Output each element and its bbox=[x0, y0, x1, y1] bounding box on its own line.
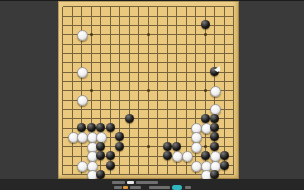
board-intersection bbox=[115, 21, 125, 30]
board-intersection bbox=[77, 114, 87, 123]
board-intersection bbox=[58, 39, 68, 48]
board-intersection bbox=[229, 161, 239, 170]
black-stone bbox=[163, 142, 172, 151]
board-intersection bbox=[115, 170, 125, 179]
board-intersection bbox=[182, 86, 192, 95]
board-intersection bbox=[182, 142, 192, 151]
board-intersection bbox=[96, 67, 106, 76]
board-intersection bbox=[134, 39, 144, 48]
board-intersection bbox=[134, 114, 144, 123]
board-intersection bbox=[229, 95, 239, 104]
board-intersection bbox=[191, 86, 201, 95]
board-intersection bbox=[106, 170, 116, 179]
black-stone bbox=[125, 114, 134, 123]
board-intersection bbox=[115, 49, 125, 58]
board-intersection bbox=[210, 133, 220, 142]
board-intersection bbox=[87, 77, 97, 86]
board-intersection bbox=[144, 2, 154, 11]
board-intersection bbox=[153, 21, 163, 30]
board-intersection bbox=[68, 21, 78, 30]
board-intersection bbox=[172, 161, 182, 170]
board-intersection bbox=[134, 30, 144, 39]
board-intersection bbox=[172, 86, 182, 95]
board-intersection bbox=[220, 39, 230, 48]
board-intersection bbox=[68, 133, 78, 142]
board-intersection bbox=[144, 77, 154, 86]
board-intersection bbox=[182, 105, 192, 114]
board-intersection bbox=[115, 114, 125, 123]
board-intersection bbox=[106, 49, 116, 58]
board-intersection bbox=[172, 170, 182, 179]
board-intersection bbox=[191, 2, 201, 11]
board-intersection bbox=[58, 21, 68, 30]
board-intersection bbox=[87, 123, 97, 132]
go-board-grid bbox=[58, 2, 239, 179]
board-intersection bbox=[106, 11, 116, 20]
star-point bbox=[147, 33, 150, 36]
star-point bbox=[90, 33, 93, 36]
board-intersection bbox=[191, 21, 201, 30]
board-intersection bbox=[172, 21, 182, 30]
board-intersection bbox=[191, 105, 201, 114]
board-intersection bbox=[96, 30, 106, 39]
board-intersection bbox=[229, 170, 239, 179]
board-intersection bbox=[191, 11, 201, 20]
board-intersection bbox=[144, 170, 154, 179]
board-intersection bbox=[125, 86, 135, 95]
board-intersection bbox=[153, 67, 163, 76]
board-intersection bbox=[87, 114, 97, 123]
board-intersection bbox=[68, 58, 78, 67]
board-intersection bbox=[68, 2, 78, 11]
board-intersection bbox=[125, 152, 135, 161]
black-stone bbox=[172, 142, 181, 151]
white-stone bbox=[191, 142, 202, 153]
status-text-fragment bbox=[149, 186, 170, 189]
board-intersection bbox=[106, 30, 116, 39]
board-intersection bbox=[58, 161, 68, 170]
board-intersection bbox=[191, 77, 201, 86]
board-intersection bbox=[210, 105, 220, 114]
board-intersection bbox=[191, 123, 201, 132]
board-intersection bbox=[163, 142, 173, 151]
board-intersection bbox=[229, 11, 239, 20]
board-intersection bbox=[191, 161, 201, 170]
board-intersection bbox=[68, 142, 78, 151]
board-intersection bbox=[163, 39, 173, 48]
board-intersection bbox=[115, 67, 125, 76]
board-intersection bbox=[153, 2, 163, 11]
board-intersection bbox=[134, 152, 144, 161]
board-intersection bbox=[191, 30, 201, 39]
board-intersection bbox=[77, 161, 87, 170]
board-intersection bbox=[191, 67, 201, 76]
board-intersection bbox=[191, 49, 201, 58]
board-intersection bbox=[87, 152, 97, 161]
board-intersection bbox=[87, 39, 97, 48]
board-intersection bbox=[68, 161, 78, 170]
board-intersection bbox=[106, 114, 116, 123]
black-stone bbox=[106, 151, 115, 160]
board-intersection bbox=[77, 142, 87, 151]
board-intersection bbox=[115, 77, 125, 86]
board-intersection bbox=[210, 58, 220, 67]
board-intersection bbox=[220, 49, 230, 58]
board-intersection bbox=[163, 30, 173, 39]
board-intersection bbox=[115, 152, 125, 161]
black-stone bbox=[77, 123, 86, 132]
board-intersection bbox=[87, 133, 97, 142]
board-intersection bbox=[68, 170, 78, 179]
board-intersection bbox=[58, 123, 68, 132]
board-intersection bbox=[229, 142, 239, 151]
black-stone bbox=[210, 132, 219, 141]
board-intersection bbox=[201, 161, 211, 170]
board-intersection bbox=[77, 39, 87, 48]
board-intersection bbox=[153, 39, 163, 48]
board-intersection bbox=[163, 161, 173, 170]
board-intersection bbox=[153, 170, 163, 179]
black-stone bbox=[210, 142, 219, 151]
board-intersection bbox=[106, 105, 116, 114]
board-intersection bbox=[125, 11, 135, 20]
board-intersection bbox=[182, 133, 192, 142]
board-intersection bbox=[125, 170, 135, 179]
board-intersection bbox=[163, 58, 173, 67]
black-stone bbox=[115, 132, 124, 141]
board-intersection bbox=[134, 21, 144, 30]
board-intersection bbox=[96, 21, 106, 30]
white-stone bbox=[77, 30, 88, 41]
board-intersection bbox=[201, 67, 211, 76]
board-intersection bbox=[172, 77, 182, 86]
board-intersection bbox=[191, 133, 201, 142]
board-intersection bbox=[77, 123, 87, 132]
status-text-fragment bbox=[114, 186, 122, 189]
board-intersection bbox=[201, 114, 211, 123]
board-intersection bbox=[172, 11, 182, 20]
board-intersection bbox=[106, 58, 116, 67]
board-intersection bbox=[125, 58, 135, 67]
board-intersection bbox=[172, 49, 182, 58]
board-intersection bbox=[115, 30, 125, 39]
board-intersection bbox=[220, 152, 230, 161]
board-intersection bbox=[201, 39, 211, 48]
board-intersection bbox=[106, 152, 116, 161]
board-intersection bbox=[58, 67, 68, 76]
board-intersection bbox=[68, 11, 78, 20]
board-intersection bbox=[182, 95, 192, 104]
board-intersection bbox=[229, 21, 239, 30]
black-stone bbox=[96, 142, 105, 151]
board-intersection bbox=[96, 77, 106, 86]
board-intersection bbox=[134, 67, 144, 76]
board-intersection bbox=[182, 58, 192, 67]
black-stone bbox=[201, 151, 210, 160]
board-intersection bbox=[58, 95, 68, 104]
board-intersection bbox=[201, 77, 211, 86]
board-intersection bbox=[77, 30, 87, 39]
board-intersection bbox=[229, 58, 239, 67]
board-intersection bbox=[153, 58, 163, 67]
board-intersection bbox=[58, 86, 68, 95]
board-intersection bbox=[58, 2, 68, 11]
board-intersection bbox=[77, 67, 87, 76]
caption-text-fragment bbox=[127, 181, 134, 184]
board-intersection bbox=[210, 114, 220, 123]
board-intersection bbox=[201, 49, 211, 58]
board-intersection bbox=[115, 142, 125, 151]
board-intersection bbox=[96, 39, 106, 48]
board-intersection bbox=[96, 133, 106, 142]
board-intersection bbox=[172, 123, 182, 132]
board-intersection bbox=[182, 161, 192, 170]
black-stone bbox=[210, 123, 219, 132]
board-intersection bbox=[220, 161, 230, 170]
board-intersection bbox=[153, 152, 163, 161]
board-intersection bbox=[210, 86, 220, 95]
board-intersection bbox=[191, 142, 201, 151]
board-intersection bbox=[144, 49, 154, 58]
board-intersection bbox=[106, 2, 116, 11]
board-intersection bbox=[201, 2, 211, 11]
board-intersection bbox=[182, 123, 192, 132]
board-intersection bbox=[210, 123, 220, 132]
board-intersection bbox=[125, 95, 135, 104]
board-intersection bbox=[191, 114, 201, 123]
board-intersection bbox=[172, 105, 182, 114]
board-intersection bbox=[144, 21, 154, 30]
board-intersection bbox=[144, 39, 154, 48]
black-stone bbox=[220, 151, 229, 160]
board-intersection bbox=[106, 95, 116, 104]
board-intersection bbox=[153, 133, 163, 142]
white-stone bbox=[210, 86, 221, 97]
board-intersection bbox=[87, 11, 97, 20]
board-intersection bbox=[201, 86, 211, 95]
board-intersection bbox=[115, 105, 125, 114]
board-intersection bbox=[68, 95, 78, 104]
board-intersection bbox=[191, 95, 201, 104]
board-intersection bbox=[58, 133, 68, 142]
board-intersection bbox=[163, 11, 173, 20]
star-point bbox=[147, 145, 150, 148]
board-intersection bbox=[210, 77, 220, 86]
board-intersection bbox=[125, 77, 135, 86]
board-intersection bbox=[77, 133, 87, 142]
star-point bbox=[204, 145, 207, 148]
board-intersection bbox=[125, 142, 135, 151]
black-stone bbox=[210, 114, 219, 123]
board-intersection bbox=[182, 21, 192, 30]
board-intersection bbox=[87, 58, 97, 67]
board-intersection bbox=[163, 95, 173, 104]
board-intersection bbox=[163, 21, 173, 30]
board-intersection bbox=[125, 123, 135, 132]
board-intersection bbox=[134, 2, 144, 11]
board-intersection bbox=[220, 170, 230, 179]
board-intersection bbox=[125, 114, 135, 123]
board-intersection bbox=[220, 123, 230, 132]
board-intersection bbox=[115, 11, 125, 20]
board-intersection bbox=[144, 95, 154, 104]
board-intersection bbox=[163, 123, 173, 132]
board-intersection bbox=[68, 86, 78, 95]
board-intersection bbox=[229, 2, 239, 11]
black-stone bbox=[106, 161, 115, 170]
board-intersection bbox=[125, 105, 135, 114]
board-intersection bbox=[172, 30, 182, 39]
board-intersection bbox=[115, 58, 125, 67]
star-point bbox=[147, 89, 150, 92]
board-intersection bbox=[210, 161, 220, 170]
board-intersection bbox=[182, 2, 192, 11]
board-intersection bbox=[87, 105, 97, 114]
star-point bbox=[90, 89, 93, 92]
status-text-fragment bbox=[185, 186, 191, 189]
board-intersection bbox=[229, 86, 239, 95]
board-intersection bbox=[58, 105, 68, 114]
board-intersection bbox=[87, 49, 97, 58]
black-stone bbox=[87, 123, 96, 132]
board-intersection bbox=[68, 105, 78, 114]
board-intersection bbox=[153, 142, 163, 151]
board-intersection bbox=[220, 133, 230, 142]
black-stone bbox=[96, 151, 105, 160]
board-intersection bbox=[77, 105, 87, 114]
board-intersection bbox=[201, 170, 211, 179]
board-intersection bbox=[77, 152, 87, 161]
board-intersection bbox=[210, 152, 220, 161]
board-intersection bbox=[134, 123, 144, 132]
board-intersection bbox=[77, 2, 87, 11]
board-intersection bbox=[201, 11, 211, 20]
black-stone bbox=[115, 142, 124, 151]
board-intersection bbox=[182, 39, 192, 48]
board-intersection bbox=[172, 114, 182, 123]
board-intersection bbox=[144, 30, 154, 39]
board-intersection bbox=[153, 11, 163, 20]
board-intersection bbox=[115, 161, 125, 170]
black-stone bbox=[210, 170, 219, 179]
board-intersection bbox=[153, 161, 163, 170]
board-intersection bbox=[125, 161, 135, 170]
board-intersection bbox=[134, 11, 144, 20]
board-intersection bbox=[229, 133, 239, 142]
board-intersection bbox=[163, 86, 173, 95]
board-intersection bbox=[58, 142, 68, 151]
board-intersection bbox=[210, 67, 220, 76]
mouse-cursor-icon bbox=[214, 66, 220, 72]
board-intersection bbox=[182, 152, 192, 161]
board-intersection bbox=[96, 114, 106, 123]
board-intersection bbox=[96, 152, 106, 161]
teal-action-button[interactable] bbox=[172, 185, 182, 190]
board-intersection bbox=[106, 123, 116, 132]
board-intersection bbox=[134, 58, 144, 67]
board-intersection bbox=[96, 170, 106, 179]
board-intersection bbox=[87, 170, 97, 179]
black-stone bbox=[210, 67, 219, 76]
board-intersection bbox=[172, 142, 182, 151]
board-intersection bbox=[163, 49, 173, 58]
board-intersection bbox=[172, 95, 182, 104]
board-intersection bbox=[172, 133, 182, 142]
board-intersection bbox=[68, 39, 78, 48]
board-intersection bbox=[125, 39, 135, 48]
board-intersection bbox=[106, 86, 116, 95]
board-intersection bbox=[115, 39, 125, 48]
board-intersection bbox=[172, 2, 182, 11]
board-intersection bbox=[106, 161, 116, 170]
board-intersection bbox=[210, 170, 220, 179]
board-intersection bbox=[58, 30, 68, 39]
black-stone bbox=[106, 123, 115, 132]
board-intersection bbox=[96, 86, 106, 95]
board-intersection bbox=[106, 39, 116, 48]
board-intersection bbox=[163, 2, 173, 11]
board-intersection bbox=[125, 49, 135, 58]
board-intersection bbox=[153, 77, 163, 86]
board-intersection bbox=[125, 2, 135, 11]
board-intersection bbox=[144, 133, 154, 142]
board-intersection bbox=[106, 142, 116, 151]
board-intersection bbox=[134, 49, 144, 58]
board-intersection bbox=[125, 67, 135, 76]
board-intersection bbox=[68, 67, 78, 76]
board-intersection bbox=[163, 133, 173, 142]
go-board[interactable] bbox=[58, 1, 239, 179]
board-intersection bbox=[201, 105, 211, 114]
board-intersection bbox=[68, 30, 78, 39]
board-intersection bbox=[153, 30, 163, 39]
board-intersection bbox=[134, 170, 144, 179]
board-intersection bbox=[144, 123, 154, 132]
board-intersection bbox=[210, 39, 220, 48]
board-intersection bbox=[182, 77, 192, 86]
board-intersection bbox=[153, 95, 163, 104]
board-intersection bbox=[229, 123, 239, 132]
black-stone bbox=[201, 114, 210, 123]
board-intersection bbox=[144, 114, 154, 123]
board-intersection bbox=[115, 2, 125, 11]
board-intersection bbox=[96, 49, 106, 58]
board-intersection bbox=[106, 77, 116, 86]
board-intersection bbox=[172, 58, 182, 67]
board-intersection bbox=[68, 49, 78, 58]
board-intersection bbox=[77, 49, 87, 58]
black-stone bbox=[201, 20, 210, 29]
black-stone bbox=[163, 151, 172, 160]
board-intersection bbox=[220, 77, 230, 86]
board-intersection bbox=[210, 95, 220, 104]
board-intersection bbox=[87, 2, 97, 11]
board-intersection bbox=[229, 105, 239, 114]
star-point bbox=[204, 33, 207, 36]
link-text-fragment[interactable] bbox=[123, 186, 128, 189]
board-intersection bbox=[201, 123, 211, 132]
board-intersection bbox=[229, 67, 239, 76]
board-intersection bbox=[220, 114, 230, 123]
board-intersection bbox=[96, 95, 106, 104]
board-intersection bbox=[87, 161, 97, 170]
board-intersection bbox=[58, 114, 68, 123]
video-frame[interactable] bbox=[0, 0, 304, 190]
board-intersection bbox=[201, 21, 211, 30]
board-intersection bbox=[134, 161, 144, 170]
board-intersection bbox=[210, 30, 220, 39]
board-intersection bbox=[77, 21, 87, 30]
